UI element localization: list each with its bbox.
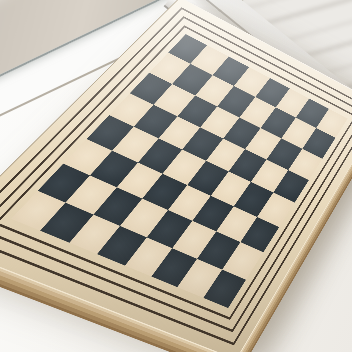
photo-scene — [0, 0, 352, 352]
